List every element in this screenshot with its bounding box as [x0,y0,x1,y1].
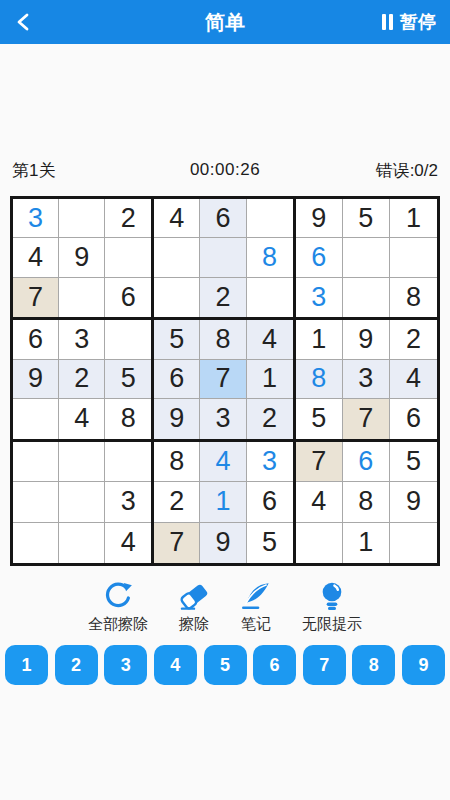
cell-r4c6[interactable]: 4 [247,320,293,359]
cell-r1c3[interactable]: 2 [105,199,151,238]
cell-r8c8[interactable]: 8 [343,482,390,522]
back-chevron-icon [13,11,35,33]
cell-r4c9[interactable]: 2 [390,320,437,359]
cell-r2c8[interactable] [343,238,390,277]
cell-r9c9[interactable] [390,523,437,563]
board-block: 6392548 [13,320,154,441]
cell-r6c5[interactable]: 3 [200,399,246,438]
hint-icon [316,578,348,612]
cell-r3c2[interactable] [59,278,105,317]
cell-r5c1[interactable]: 9 [13,360,59,399]
cell-r7c7[interactable]: 7 [296,442,343,482]
cell-r1c4[interactable]: 4 [154,199,200,238]
cell-r7c4[interactable]: 8 [154,442,200,482]
cell-r2c7[interactable]: 6 [296,238,343,277]
cell-r5c6[interactable]: 1 [247,360,293,399]
board-block: 951638 [296,199,437,320]
pause-button[interactable]: 暂停 [382,0,436,44]
cell-r8c5[interactable]: 1 [200,482,246,522]
board-block: 324976 [13,199,154,320]
cell-r5c4[interactable]: 6 [154,360,200,399]
numpad-button-1[interactable]: 1 [5,645,48,685]
cell-r8c6[interactable]: 6 [247,482,293,522]
sudoku-board: 3249764682951638639254858467193219283457… [10,196,440,566]
cell-r3c7[interactable]: 3 [296,278,343,317]
cell-r6c3[interactable]: 8 [105,399,151,438]
cell-r5c2[interactable]: 2 [59,360,105,399]
notes-button[interactable]: 笔记 [240,578,272,634]
cell-r8c2[interactable] [59,482,105,522]
cell-r9c6[interactable]: 5 [247,523,293,563]
cell-r3c4[interactable] [154,278,200,317]
number-pad: 123456789 [5,645,445,685]
cell-r7c9[interactable]: 5 [390,442,437,482]
cell-r4c2[interactable]: 3 [59,320,105,359]
numpad-button-6[interactable]: 6 [253,645,296,685]
cell-r5c3[interactable]: 5 [105,360,151,399]
cell-r9c3[interactable]: 4 [105,523,151,563]
cell-r6c9[interactable]: 6 [390,399,437,438]
cell-r8c7[interactable]: 4 [296,482,343,522]
hint-button[interactable]: 无限提示 [302,578,362,634]
cell-r5c8[interactable]: 3 [343,360,390,399]
top-bar: 简单 暂停 [0,0,450,44]
cell-r6c6[interactable]: 2 [247,399,293,438]
pause-label: 暂停 [400,10,436,34]
cell-r7c6[interactable]: 3 [247,442,293,482]
cell-r3c6[interactable] [247,278,293,317]
cell-r3c3[interactable]: 6 [105,278,151,317]
numpad-button-7[interactable]: 7 [303,645,346,685]
erase-all-icon [102,578,134,612]
cell-r1c2[interactable] [59,199,105,238]
cell-r7c5[interactable]: 4 [200,442,246,482]
cell-r9c5[interactable]: 9 [200,523,246,563]
hint-label: 无限提示 [302,615,362,634]
numpad-button-8[interactable]: 8 [352,645,395,685]
numpad-button-3[interactable]: 3 [104,645,147,685]
cell-r2c1[interactable]: 4 [13,238,59,277]
cell-r7c8[interactable]: 6 [343,442,390,482]
cell-r6c7[interactable]: 5 [296,399,343,438]
cell-r4c8[interactable]: 9 [343,320,390,359]
numpad-button-9[interactable]: 9 [402,645,445,685]
erase-all-label: 全部擦除 [88,615,148,634]
erase-all-button[interactable]: 全部擦除 [88,578,148,634]
cell-r2c5[interactable] [200,238,246,277]
toolbar: 全部擦除 擦除 笔记 [0,576,450,634]
error-counter: 错误:0/2 [296,159,438,182]
cell-r8c3[interactable]: 3 [105,482,151,522]
cell-r1c6[interactable] [247,199,293,238]
cell-r6c1[interactable] [13,399,59,438]
status-row: 第1关 00:00:26 错误:0/2 [12,158,438,182]
eraser-button[interactable]: 擦除 [178,578,210,634]
cell-r5c9[interactable]: 4 [390,360,437,399]
back-button[interactable] [0,0,48,44]
cell-r6c8[interactable]: 7 [343,399,390,438]
cell-r4c5[interactable]: 8 [200,320,246,359]
cell-r9c4[interactable]: 7 [154,523,200,563]
notes-icon [240,578,272,612]
cell-r1c8[interactable]: 5 [343,199,390,238]
cell-r4c3[interactable] [105,320,151,359]
numpad-button-4[interactable]: 4 [154,645,197,685]
eraser-label: 擦除 [179,615,209,634]
cell-r7c1[interactable] [13,442,59,482]
eraser-icon [178,578,210,612]
cell-r2c6[interactable]: 8 [247,238,293,277]
timer: 00:00:26 [154,160,296,180]
board-block: 584671932 [154,320,295,441]
numpad-button-2[interactable]: 2 [55,645,98,685]
cell-r1c5[interactable]: 6 [200,199,246,238]
cell-r5c5[interactable]: 7 [200,360,246,399]
cell-r3c5[interactable]: 2 [200,278,246,317]
cell-r2c4[interactable] [154,238,200,277]
numpad-button-5[interactable]: 5 [204,645,247,685]
cell-r6c2[interactable]: 4 [59,399,105,438]
cell-r9c2[interactable] [59,523,105,563]
cell-r2c3[interactable] [105,238,151,277]
cell-r6c4[interactable]: 9 [154,399,200,438]
board-block: 4682 [154,199,295,320]
cell-r3c8[interactable] [343,278,390,317]
cell-r7c2[interactable] [59,442,105,482]
cell-r5c7[interactable]: 8 [296,360,343,399]
cell-r4c7[interactable]: 1 [296,320,343,359]
cell-r1c1[interactable]: 3 [13,199,59,238]
board-block: 192834576 [296,320,437,441]
cell-r9c1[interactable] [13,523,59,563]
cell-r1c9[interactable]: 1 [390,199,437,238]
cell-r2c2[interactable]: 9 [59,238,105,277]
board-block: 34 [13,442,154,563]
cell-r2c9[interactable] [390,238,437,277]
cell-r3c1[interactable]: 7 [13,278,59,317]
cell-r9c8[interactable]: 1 [343,523,390,563]
cell-r3c9[interactable]: 8 [390,278,437,317]
cell-r4c1[interactable]: 6 [13,320,59,359]
notes-label: 笔记 [241,615,271,634]
cell-r9c7[interactable] [296,523,343,563]
board-block: 7654891 [296,442,437,563]
cell-r1c7[interactable]: 9 [296,199,343,238]
level-label: 第1关 [12,159,154,182]
pause-icon [382,14,393,30]
cell-r8c1[interactable] [13,482,59,522]
cell-r7c3[interactable] [105,442,151,482]
cell-r8c9[interactable]: 9 [390,482,437,522]
board-block: 843216795 [154,442,295,563]
cell-r4c4[interactable]: 5 [154,320,200,359]
cell-r8c4[interactable]: 2 [154,482,200,522]
